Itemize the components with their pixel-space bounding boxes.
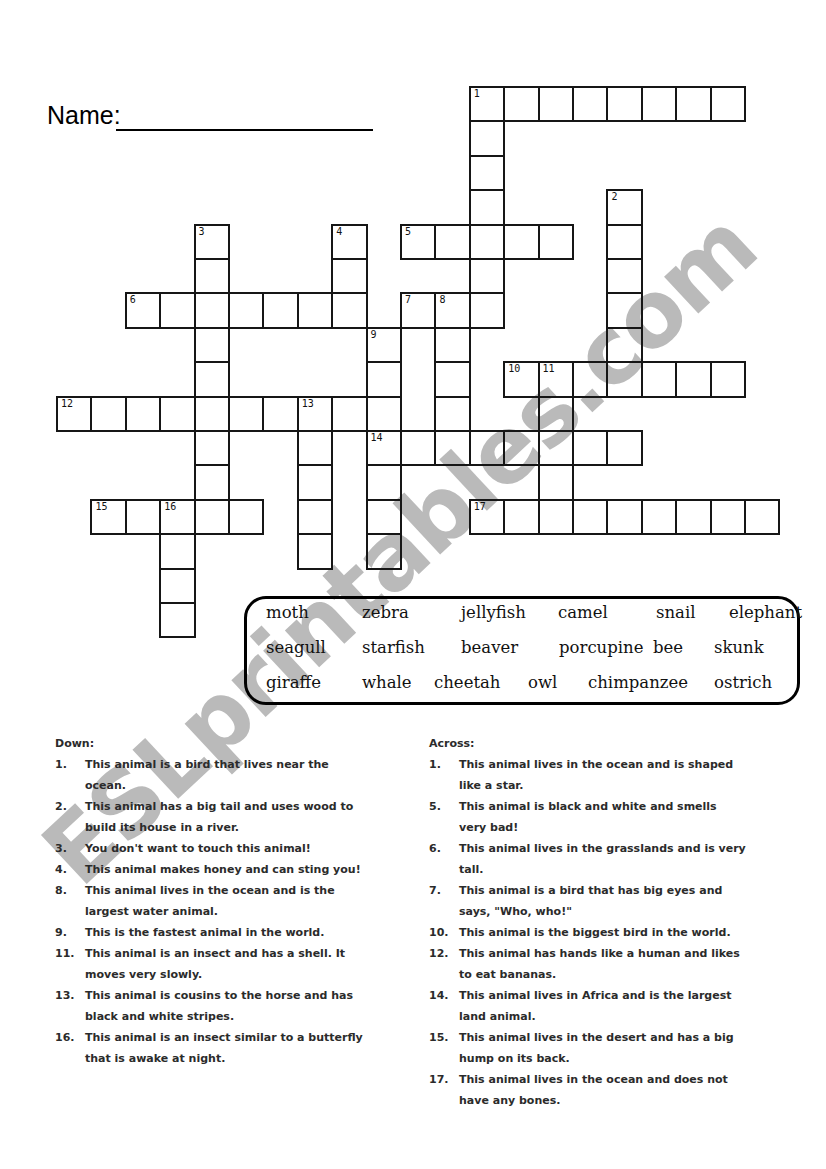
grid-cell	[503, 86, 539, 122]
grid-cell	[194, 292, 230, 328]
grid-cell: 10	[503, 361, 539, 397]
grid-cell	[366, 499, 402, 535]
clue-text: This animal lives in the ocean and is sh…	[459, 754, 733, 796]
clue-number: 1.	[429, 754, 459, 796]
grid-cell	[159, 396, 195, 432]
clue-number: 10.	[429, 922, 459, 943]
word-bank-item: starfish	[362, 640, 425, 657]
grid-cell	[194, 464, 230, 500]
word-bank-item: seagull	[266, 640, 326, 657]
grid-cell	[125, 396, 161, 432]
clue-down-8: 8.This animal lives in the ocean and is …	[55, 880, 405, 922]
grid-cell	[675, 86, 711, 122]
clue-down-4: 4.This animal makes honey and can sting …	[55, 859, 405, 880]
clue-across-10: 10.This animal is the biggest bird in th…	[429, 922, 799, 943]
grid-cell	[710, 361, 746, 397]
grid-cell	[469, 224, 505, 260]
clue-number: 15.	[429, 1027, 459, 1069]
grid-cell: 17	[469, 499, 505, 535]
word-bank-item: beaver	[461, 640, 518, 657]
word-bank-item: snail	[656, 605, 696, 622]
clue-number: 5.	[429, 796, 459, 838]
grid-cell	[538, 464, 574, 500]
clue-number: 2.	[55, 796, 85, 838]
grid-cell	[503, 499, 539, 535]
clue-across-1: 1.This animal lives in the ocean and is …	[429, 754, 799, 796]
clue-text: You don't want to touch this animal!	[85, 838, 311, 859]
grid-cell	[297, 499, 333, 535]
grid-cell	[606, 86, 642, 122]
across-clues-section: Across: 1.This animal lives in the ocean…	[429, 733, 799, 1111]
grid-cell	[297, 292, 333, 328]
grid-cell	[434, 327, 470, 363]
grid-cell: 13	[297, 396, 333, 432]
word-bank-item: giraffe	[266, 675, 321, 692]
grid-cell: 16	[159, 499, 195, 535]
clue-number: 9.	[55, 922, 85, 943]
clue-text: This animal is a bird that lives near th…	[85, 754, 329, 796]
grid-cell	[469, 189, 505, 225]
grid-cell	[538, 499, 574, 535]
grid-cell: 9	[366, 327, 402, 363]
grid-cell	[90, 396, 126, 432]
grid-cell	[572, 361, 608, 397]
cell-number: 7	[405, 295, 411, 305]
grid-cell	[159, 533, 195, 569]
word-bank-item: owl	[528, 675, 557, 692]
grid-cell	[469, 120, 505, 156]
grid-cell: 15	[90, 499, 126, 535]
clue-text: This animal has hands like a human and l…	[459, 943, 740, 985]
clue-number: 16.	[55, 1027, 85, 1069]
grid-cell	[606, 361, 642, 397]
grid-cell	[572, 499, 608, 535]
grid-cell	[434, 224, 470, 260]
grid-cell	[194, 499, 230, 535]
clue-text: This animal lives in the ocean and is th…	[85, 880, 335, 922]
grid-cell	[331, 258, 367, 294]
clue-text: This animal is the biggest bird in the w…	[459, 922, 731, 943]
grid-cell	[262, 396, 298, 432]
clue-number: 6.	[429, 838, 459, 880]
clue-number: 1.	[55, 754, 85, 796]
grid-cell	[125, 499, 161, 535]
word-bank-item: porcupine	[559, 640, 643, 657]
grid-cell	[366, 533, 402, 569]
grid-cell	[469, 258, 505, 294]
clue-text: This animal makes honey and can sting yo…	[85, 859, 361, 880]
clue-text: This animal is cousins to the horse and …	[85, 985, 353, 1027]
grid-cell	[194, 258, 230, 294]
grid-cell	[538, 224, 574, 260]
grid-cell	[538, 396, 574, 432]
grid-cell	[606, 292, 642, 328]
grid-cell	[194, 361, 230, 397]
grid-cell	[159, 602, 195, 638]
down-clues-title: Down:	[55, 733, 405, 754]
clue-text: This animal lives in the grasslands and …	[459, 838, 746, 880]
grid-cell	[297, 464, 333, 500]
grid-cell	[675, 361, 711, 397]
grid-cell: 6	[125, 292, 161, 328]
word-bank-item: chimpanzee	[588, 675, 688, 692]
clue-down-3: 3.You don't want to touch this animal!	[55, 838, 405, 859]
word-bank-item: moth	[266, 605, 309, 622]
name-blank-line	[116, 129, 373, 131]
word-bank-item: whale	[362, 675, 412, 692]
clue-number: 7.	[429, 880, 459, 922]
grid-cell	[710, 86, 746, 122]
word-bank-item: zebra	[362, 605, 409, 622]
grid-cell: 12	[56, 396, 92, 432]
grid-cell	[297, 533, 333, 569]
word-bank-item: bee	[653, 640, 683, 657]
word-bank-item: ostrich	[714, 675, 772, 692]
grid-cell	[366, 396, 402, 432]
grid-cell	[228, 292, 264, 328]
clue-number: 4.	[55, 859, 85, 880]
word-bank-item: elephant	[729, 605, 802, 622]
clue-number: 14.	[429, 985, 459, 1027]
cell-number: 4	[336, 227, 342, 237]
clue-text: This is the fastest animal in the world.	[85, 922, 324, 943]
word-bank: mothzebrajellyfishcamelsnailelephantseag…	[244, 596, 800, 705]
grid-cell	[228, 396, 264, 432]
grid-cell	[503, 430, 539, 466]
clue-down-2: 2.This animal has a big tail and uses wo…	[55, 796, 405, 838]
grid-cell	[194, 327, 230, 363]
clue-text: This animal is a bird that has big eyes …	[459, 880, 722, 922]
grid-cell	[606, 224, 642, 260]
grid-cell	[469, 155, 505, 191]
grid-cell	[434, 361, 470, 397]
clue-across-7: 7.This animal is a bird that has big eye…	[429, 880, 799, 922]
clue-number: 12.	[429, 943, 459, 985]
grid-cell	[434, 396, 470, 432]
clue-text: This animal is an insect and has a shell…	[85, 943, 345, 985]
grid-cell	[675, 499, 711, 535]
grid-cell	[194, 396, 230, 432]
clue-number: 17.	[429, 1069, 459, 1111]
grid-cell: 5	[400, 224, 436, 260]
grid-cell	[606, 430, 642, 466]
clue-text: This animal has a big tail and uses wood…	[85, 796, 353, 838]
clue-down-1: 1.This animal is a bird that lives near …	[55, 754, 405, 796]
grid-cell	[538, 86, 574, 122]
cell-number: 1	[474, 89, 480, 99]
clue-text: This animal is black and white and smell…	[459, 796, 717, 838]
grid-cell	[503, 224, 539, 260]
cell-number: 15	[95, 502, 107, 512]
grid-cell: 8	[434, 292, 470, 328]
cell-number: 11	[543, 364, 555, 374]
clue-number: 11.	[55, 943, 85, 985]
grid-cell	[641, 361, 677, 397]
grid-cell	[400, 430, 436, 466]
clue-down-11: 11.This animal is an insect and has a sh…	[55, 943, 405, 985]
grid-cell	[710, 499, 746, 535]
cell-number: 9	[371, 330, 377, 340]
cell-number: 5	[405, 227, 411, 237]
clue-across-17: 17.This animal lives in the ocean and do…	[429, 1069, 799, 1111]
grid-cell	[331, 396, 367, 432]
grid-cell	[228, 499, 264, 535]
clue-text: This animal is an insect similar to a bu…	[85, 1027, 363, 1069]
grid-cell	[297, 430, 333, 466]
grid-cell	[159, 568, 195, 604]
clue-number: 3.	[55, 838, 85, 859]
clue-number: 13.	[55, 985, 85, 1027]
grid-cell	[434, 430, 470, 466]
grid-cell	[469, 292, 505, 328]
grid-cell	[572, 430, 608, 466]
clue-across-15: 15.This animal lives in the desert and h…	[429, 1027, 799, 1069]
cell-number: 2	[611, 192, 617, 202]
clue-down-16: 16.This animal is an insect similar to a…	[55, 1027, 405, 1069]
across-clues-title: Across:	[429, 733, 799, 754]
down-clues-section: Down: 1.This animal is a bird that lives…	[55, 733, 405, 1069]
clue-across-6: 6.This animal lives in the grasslands an…	[429, 838, 799, 880]
grid-cell	[641, 499, 677, 535]
grid-cell	[744, 499, 780, 535]
clue-down-13: 13.This animal is cousins to the horse a…	[55, 985, 405, 1027]
grid-cell: 11	[538, 361, 574, 397]
grid-cell	[194, 430, 230, 466]
grid-cell	[538, 430, 574, 466]
clue-across-14: 14.This animal lives in Africa and is th…	[429, 985, 799, 1027]
cell-number: 13	[302, 399, 314, 409]
grid-cell	[366, 464, 402, 500]
cell-number: 16	[164, 502, 176, 512]
cell-number: 12	[61, 399, 73, 409]
grid-cell: 3	[194, 224, 230, 260]
grid-cell: 7	[400, 292, 436, 328]
worksheet-page: Name: 1567810111213141516172349 ESLprint…	[0, 0, 826, 1169]
cell-number: 17	[474, 502, 486, 512]
grid-cell	[641, 86, 677, 122]
grid-cell: 1	[469, 86, 505, 122]
grid-cell	[572, 86, 608, 122]
cell-number: 10	[508, 364, 520, 374]
cell-number: 8	[439, 295, 445, 305]
name-label: Name:	[47, 101, 121, 130]
grid-cell: 4	[331, 224, 367, 260]
grid-cell	[262, 292, 298, 328]
word-bank-item: camel	[558, 605, 608, 622]
grid-cell	[606, 327, 642, 363]
clue-text: This animal lives in the desert and has …	[459, 1027, 734, 1069]
cell-number: 6	[130, 295, 136, 305]
clue-text: This animal lives in the ocean and does …	[459, 1069, 728, 1111]
grid-cell: 14	[366, 430, 402, 466]
clue-text: This animal lives in Africa and is the l…	[459, 985, 731, 1027]
cell-number: 3	[199, 227, 205, 237]
grid-cell	[606, 499, 642, 535]
grid-cell	[469, 430, 505, 466]
word-bank-item: cheetah	[434, 675, 501, 692]
word-bank-item: jellyfish	[461, 605, 526, 622]
clue-across-5: 5.This animal is black and white and sme…	[429, 796, 799, 838]
grid-cell	[331, 292, 367, 328]
cell-number: 14	[371, 433, 383, 443]
clue-across-12: 12.This animal has hands like a human an…	[429, 943, 799, 985]
grid-cell	[366, 361, 402, 397]
grid-cell	[606, 258, 642, 294]
grid-cell: 2	[606, 189, 642, 225]
clue-number: 8.	[55, 880, 85, 922]
word-bank-item: skunk	[714, 640, 764, 657]
grid-cell	[159, 292, 195, 328]
clue-down-9: 9.This is the fastest animal in the worl…	[55, 922, 405, 943]
